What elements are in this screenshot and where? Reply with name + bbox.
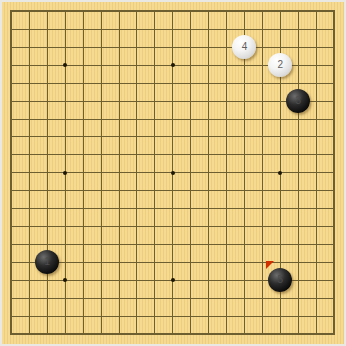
board-intersection[interactable]	[146, 325, 164, 343]
board-intersection[interactable]	[110, 325, 128, 343]
board-intersection[interactable]	[128, 325, 146, 343]
board-intersection[interactable]	[20, 92, 38, 110]
board-intersection[interactable]	[20, 182, 38, 200]
board-intersection[interactable]	[74, 92, 92, 110]
board-intersection[interactable]	[289, 38, 307, 56]
board-intersection[interactable]	[325, 128, 343, 146]
board-intersection[interactable]	[2, 146, 20, 164]
board-intersection[interactable]	[38, 56, 56, 74]
board-intersection[interactable]	[182, 38, 200, 56]
board-intersection[interactable]	[110, 253, 128, 271]
board-intersection[interactable]	[289, 271, 307, 289]
board-intersection[interactable]	[38, 200, 56, 218]
board-intersection[interactable]	[146, 218, 164, 236]
board-intersection[interactable]	[128, 20, 146, 38]
board-intersection[interactable]	[200, 253, 218, 271]
board-intersection[interactable]	[289, 236, 307, 254]
board-intersection[interactable]	[218, 307, 236, 325]
board-intersection[interactable]	[200, 56, 218, 74]
board-intersection[interactable]	[218, 253, 236, 271]
board-intersection[interactable]	[164, 218, 182, 236]
board-intersection[interactable]	[128, 271, 146, 289]
board-intersection[interactable]	[38, 307, 56, 325]
board-intersection[interactable]	[56, 307, 74, 325]
board-intersection[interactable]	[56, 128, 74, 146]
board-intersection[interactable]	[236, 271, 254, 289]
board-intersection[interactable]	[74, 110, 92, 128]
board-intersection[interactable]	[74, 128, 92, 146]
board-intersection[interactable]	[325, 110, 343, 128]
board-intersection[interactable]	[271, 164, 289, 182]
board-intersection[interactable]	[110, 20, 128, 38]
board-intersection[interactable]	[271, 289, 289, 307]
board-intersection[interactable]	[74, 253, 92, 271]
board-intersection[interactable]	[164, 182, 182, 200]
board-intersection[interactable]	[253, 92, 271, 110]
board-intersection[interactable]	[289, 146, 307, 164]
board-intersection[interactable]	[253, 218, 271, 236]
board-intersection[interactable]	[146, 236, 164, 254]
board-intersection[interactable]	[20, 20, 38, 38]
board-intersection[interactable]	[218, 325, 236, 343]
board-intersection[interactable]	[38, 182, 56, 200]
board-intersection[interactable]	[2, 236, 20, 254]
board-intersection[interactable]	[146, 307, 164, 325]
board-intersection[interactable]	[289, 2, 307, 20]
board-intersection[interactable]	[164, 20, 182, 38]
board-intersection[interactable]	[182, 20, 200, 38]
board-intersection[interactable]	[2, 164, 20, 182]
board-intersection[interactable]	[128, 307, 146, 325]
board-intersection[interactable]	[289, 56, 307, 74]
board-intersection[interactable]	[236, 307, 254, 325]
board-intersection[interactable]	[56, 182, 74, 200]
board-intersection[interactable]	[164, 110, 182, 128]
board-intersection[interactable]	[128, 56, 146, 74]
board-intersection[interactable]	[218, 128, 236, 146]
board-intersection[interactable]	[182, 271, 200, 289]
board-intersection[interactable]	[56, 236, 74, 254]
board-intersection[interactable]	[164, 236, 182, 254]
board-intersection[interactable]	[200, 38, 218, 56]
board-intersection[interactable]	[164, 271, 182, 289]
board-intersection[interactable]	[182, 128, 200, 146]
board-intersection[interactable]: 3	[289, 92, 307, 110]
board-intersection[interactable]	[325, 74, 343, 92]
board-intersection[interactable]	[218, 92, 236, 110]
board-intersection[interactable]	[38, 110, 56, 128]
board-intersection[interactable]	[218, 236, 236, 254]
board-intersection[interactable]	[74, 164, 92, 182]
board-intersection[interactable]	[307, 289, 325, 307]
board-intersection[interactable]	[92, 110, 110, 128]
board-intersection[interactable]	[56, 74, 74, 92]
board-intersection[interactable]	[253, 146, 271, 164]
board-intersection[interactable]	[110, 236, 128, 254]
board-intersection[interactable]	[92, 236, 110, 254]
board-intersection[interactable]	[289, 20, 307, 38]
board-intersection[interactable]	[307, 200, 325, 218]
board-intersection[interactable]	[236, 128, 254, 146]
board-intersection[interactable]	[236, 146, 254, 164]
board-intersection[interactable]	[164, 128, 182, 146]
board-intersection[interactable]	[38, 2, 56, 20]
board-intersection[interactable]	[2, 289, 20, 307]
board-intersection[interactable]	[200, 236, 218, 254]
board-intersection[interactable]	[236, 218, 254, 236]
board-intersection[interactable]	[218, 110, 236, 128]
board-intersection[interactable]	[92, 128, 110, 146]
board-intersection[interactable]: 2	[271, 56, 289, 74]
board-intersection[interactable]	[182, 218, 200, 236]
board-intersection[interactable]: 1	[38, 253, 56, 271]
board-intersection[interactable]	[74, 38, 92, 56]
board-intersection[interactable]	[128, 218, 146, 236]
board-intersection[interactable]	[56, 20, 74, 38]
board-intersection[interactable]	[110, 164, 128, 182]
board-intersection[interactable]	[128, 110, 146, 128]
board-intersection[interactable]	[307, 146, 325, 164]
board-intersection[interactable]	[325, 325, 343, 343]
board-intersection[interactable]	[164, 92, 182, 110]
board-intersection[interactable]	[110, 271, 128, 289]
board-intersection[interactable]	[200, 2, 218, 20]
board-intersection[interactable]	[200, 182, 218, 200]
board-intersection[interactable]	[128, 2, 146, 20]
board-intersection[interactable]	[253, 38, 271, 56]
board-intersection[interactable]	[128, 164, 146, 182]
board-intersection[interactable]	[2, 74, 20, 92]
board-intersection[interactable]	[307, 110, 325, 128]
board-intersection[interactable]	[200, 325, 218, 343]
board-intersection[interactable]	[56, 92, 74, 110]
board-intersection[interactable]	[92, 2, 110, 20]
board-intersection[interactable]	[289, 128, 307, 146]
board-intersection[interactable]	[325, 253, 343, 271]
board-intersection[interactable]	[253, 74, 271, 92]
board-intersection[interactable]	[164, 253, 182, 271]
board-intersection[interactable]	[92, 325, 110, 343]
board-intersection[interactable]	[128, 236, 146, 254]
board-intersection[interactable]	[146, 289, 164, 307]
board-intersection[interactable]	[20, 307, 38, 325]
board-intersection[interactable]: 5	[271, 271, 289, 289]
board-intersection[interactable]	[38, 92, 56, 110]
board-intersection[interactable]	[56, 271, 74, 289]
board-intersection[interactable]	[20, 325, 38, 343]
board-intersection[interactable]	[56, 146, 74, 164]
board-intersection[interactable]	[182, 236, 200, 254]
board-intersection[interactable]	[325, 218, 343, 236]
board-intersection[interactable]	[182, 92, 200, 110]
board-intersection[interactable]	[92, 182, 110, 200]
board-intersection[interactable]: 4	[236, 38, 254, 56]
board-intersection[interactable]	[253, 164, 271, 182]
board-intersection[interactable]	[38, 271, 56, 289]
board-intersection[interactable]	[218, 20, 236, 38]
board-intersection[interactable]	[128, 200, 146, 218]
board-intersection[interactable]	[253, 182, 271, 200]
board-intersection[interactable]	[271, 200, 289, 218]
board-intersection[interactable]	[218, 271, 236, 289]
board-intersection[interactable]	[20, 128, 38, 146]
board-intersection[interactable]	[236, 74, 254, 92]
board-intersection[interactable]	[307, 2, 325, 20]
board-intersection[interactable]	[110, 92, 128, 110]
board-intersection[interactable]	[110, 146, 128, 164]
board-intersection[interactable]	[200, 289, 218, 307]
board-intersection[interactable]	[20, 2, 38, 20]
board-intersection[interactable]	[218, 2, 236, 20]
board-intersection[interactable]	[92, 164, 110, 182]
board-intersection[interactable]	[20, 56, 38, 74]
board-intersection[interactable]	[236, 253, 254, 271]
board-intersection[interactable]	[200, 110, 218, 128]
board-intersection[interactable]	[92, 56, 110, 74]
board-intersection[interactable]	[74, 146, 92, 164]
board-intersection[interactable]	[56, 218, 74, 236]
board-intersection[interactable]	[2, 92, 20, 110]
board-intersection[interactable]	[92, 307, 110, 325]
board-intersection[interactable]	[146, 56, 164, 74]
board-intersection[interactable]	[128, 74, 146, 92]
board-intersection[interactable]	[164, 289, 182, 307]
board-intersection[interactable]	[307, 218, 325, 236]
board-intersection[interactable]	[289, 200, 307, 218]
board-intersection[interactable]	[307, 236, 325, 254]
board-intersection[interactable]	[20, 38, 38, 56]
board-intersection[interactable]	[325, 92, 343, 110]
board-intersection[interactable]	[253, 289, 271, 307]
board-intersection[interactable]	[20, 200, 38, 218]
board-intersection[interactable]	[146, 38, 164, 56]
board-intersection[interactable]	[325, 289, 343, 307]
board-intersection[interactable]	[92, 146, 110, 164]
board-intersection[interactable]	[289, 307, 307, 325]
board-intersection[interactable]	[307, 38, 325, 56]
board-intersection[interactable]	[146, 74, 164, 92]
board-intersection[interactable]	[92, 271, 110, 289]
board-intersection[interactable]	[307, 325, 325, 343]
board-intersection[interactable]	[253, 200, 271, 218]
board-intersection[interactable]	[128, 289, 146, 307]
board-intersection[interactable]	[289, 182, 307, 200]
board-intersection[interactable]	[92, 38, 110, 56]
board-intersection[interactable]	[307, 253, 325, 271]
board-intersection[interactable]	[325, 146, 343, 164]
board-intersection[interactable]	[182, 56, 200, 74]
board-intersection[interactable]	[2, 253, 20, 271]
board-intersection[interactable]	[182, 253, 200, 271]
board-intersection[interactable]	[218, 164, 236, 182]
board-intersection[interactable]	[128, 128, 146, 146]
board-intersection[interactable]	[325, 182, 343, 200]
board-intersection[interactable]	[56, 200, 74, 218]
board-intersection[interactable]	[92, 289, 110, 307]
board-intersection[interactable]	[200, 92, 218, 110]
board-intersection[interactable]	[236, 200, 254, 218]
board-intersection[interactable]	[20, 218, 38, 236]
board-intersection[interactable]	[74, 56, 92, 74]
board-intersection[interactable]	[325, 20, 343, 38]
board-intersection[interactable]	[110, 38, 128, 56]
board-intersection[interactable]	[307, 56, 325, 74]
board-intersection[interactable]	[110, 182, 128, 200]
board-intersection[interactable]	[325, 2, 343, 20]
board-intersection[interactable]	[218, 146, 236, 164]
board-intersection[interactable]	[56, 56, 74, 74]
board-intersection[interactable]	[307, 182, 325, 200]
board-intersection[interactable]	[271, 325, 289, 343]
board-intersection[interactable]	[271, 110, 289, 128]
board-intersection[interactable]	[38, 38, 56, 56]
board-intersection[interactable]	[110, 56, 128, 74]
board-intersection[interactable]	[200, 128, 218, 146]
board-intersection[interactable]	[38, 218, 56, 236]
board-intersection[interactable]	[2, 271, 20, 289]
board-intersection[interactable]	[253, 128, 271, 146]
board-intersection[interactable]	[20, 271, 38, 289]
board-intersection[interactable]	[2, 200, 20, 218]
board-intersection[interactable]	[164, 74, 182, 92]
board-intersection[interactable]	[2, 218, 20, 236]
board-intersection[interactable]	[128, 253, 146, 271]
board-intersection[interactable]	[56, 110, 74, 128]
board-intersection[interactable]	[200, 200, 218, 218]
board-intersection[interactable]	[218, 289, 236, 307]
board-intersection[interactable]	[182, 307, 200, 325]
board-intersection[interactable]	[146, 92, 164, 110]
board-intersection[interactable]	[56, 2, 74, 20]
board-intersection[interactable]	[271, 2, 289, 20]
board-intersection[interactable]	[38, 74, 56, 92]
board-intersection[interactable]	[92, 74, 110, 92]
board-intersection[interactable]	[146, 182, 164, 200]
board-intersection[interactable]	[74, 218, 92, 236]
board-intersection[interactable]	[325, 200, 343, 218]
board-intersection[interactable]	[289, 164, 307, 182]
board-intersection[interactable]	[56, 325, 74, 343]
board-intersection[interactable]	[146, 110, 164, 128]
board-intersection[interactable]	[38, 289, 56, 307]
board-intersection[interactable]	[146, 271, 164, 289]
board-intersection[interactable]	[74, 236, 92, 254]
board-intersection[interactable]	[200, 74, 218, 92]
board-intersection[interactable]	[200, 146, 218, 164]
board-intersection[interactable]	[2, 2, 20, 20]
board-intersection[interactable]	[200, 271, 218, 289]
board-intersection[interactable]	[20, 146, 38, 164]
board-intersection[interactable]	[253, 20, 271, 38]
board-intersection[interactable]	[307, 307, 325, 325]
board-intersection[interactable]	[307, 164, 325, 182]
board-intersection[interactable]	[164, 38, 182, 56]
board-intersection[interactable]	[289, 218, 307, 236]
board-intersection[interactable]	[236, 182, 254, 200]
board-intersection[interactable]	[271, 182, 289, 200]
board-intersection[interactable]	[74, 289, 92, 307]
board-intersection[interactable]	[253, 307, 271, 325]
board-intersection[interactable]	[146, 200, 164, 218]
board-intersection[interactable]	[253, 2, 271, 20]
board-intersection[interactable]	[2, 110, 20, 128]
board-intersection[interactable]	[56, 164, 74, 182]
board-intersection[interactable]	[110, 74, 128, 92]
board-intersection[interactable]	[253, 325, 271, 343]
board-intersection[interactable]	[164, 56, 182, 74]
board-intersection[interactable]	[2, 20, 20, 38]
board-intersection[interactable]	[325, 56, 343, 74]
board-intersection[interactable]	[236, 289, 254, 307]
board-intersection[interactable]	[146, 164, 164, 182]
board-intersection[interactable]	[182, 146, 200, 164]
board-intersection[interactable]	[20, 289, 38, 307]
board-intersection[interactable]	[74, 307, 92, 325]
board-intersection[interactable]	[164, 307, 182, 325]
board-intersection[interactable]	[307, 20, 325, 38]
board-intersection[interactable]	[110, 2, 128, 20]
board-intersection[interactable]	[182, 110, 200, 128]
board-intersection[interactable]	[92, 92, 110, 110]
board-intersection[interactable]	[38, 325, 56, 343]
board-intersection[interactable]	[236, 325, 254, 343]
board-intersection[interactable]	[182, 74, 200, 92]
board-intersection[interactable]	[271, 128, 289, 146]
board-intersection[interactable]	[20, 236, 38, 254]
board-intersection[interactable]	[128, 146, 146, 164]
board-intersection[interactable]	[253, 110, 271, 128]
board-intersection[interactable]	[307, 128, 325, 146]
board-intersection[interactable]	[20, 164, 38, 182]
board-intersection[interactable]	[92, 200, 110, 218]
board-intersection[interactable]	[218, 56, 236, 74]
board-intersection[interactable]	[289, 289, 307, 307]
board-intersection[interactable]	[307, 271, 325, 289]
board-intersection[interactable]	[2, 325, 20, 343]
board-intersection[interactable]	[110, 307, 128, 325]
board-intersection[interactable]	[56, 289, 74, 307]
board-intersection[interactable]	[271, 20, 289, 38]
board-intersection[interactable]	[182, 2, 200, 20]
board-intersection[interactable]	[146, 20, 164, 38]
board-intersection[interactable]	[182, 325, 200, 343]
board-intersection[interactable]	[110, 289, 128, 307]
board-intersection[interactable]	[110, 200, 128, 218]
board-intersection[interactable]	[325, 271, 343, 289]
board-intersection[interactable]	[128, 92, 146, 110]
board-intersection[interactable]	[2, 182, 20, 200]
board-intersection[interactable]	[92, 20, 110, 38]
board-intersection[interactable]	[38, 20, 56, 38]
board-intersection[interactable]	[110, 218, 128, 236]
board-intersection[interactable]	[218, 218, 236, 236]
board-intersection[interactable]	[2, 307, 20, 325]
board-intersection[interactable]	[271, 307, 289, 325]
board-intersection[interactable]	[325, 236, 343, 254]
board-intersection[interactable]	[182, 164, 200, 182]
board-intersection[interactable]	[164, 146, 182, 164]
board-intersection[interactable]	[236, 2, 254, 20]
board-intersection[interactable]	[164, 200, 182, 218]
board-intersection[interactable]	[74, 200, 92, 218]
board-intersection[interactable]	[200, 218, 218, 236]
board-intersection[interactable]	[218, 74, 236, 92]
board-intersection[interactable]	[164, 164, 182, 182]
board-intersection[interactable]	[236, 164, 254, 182]
board-intersection[interactable]	[74, 182, 92, 200]
board-intersection[interactable]	[128, 38, 146, 56]
board-intersection[interactable]	[164, 2, 182, 20]
